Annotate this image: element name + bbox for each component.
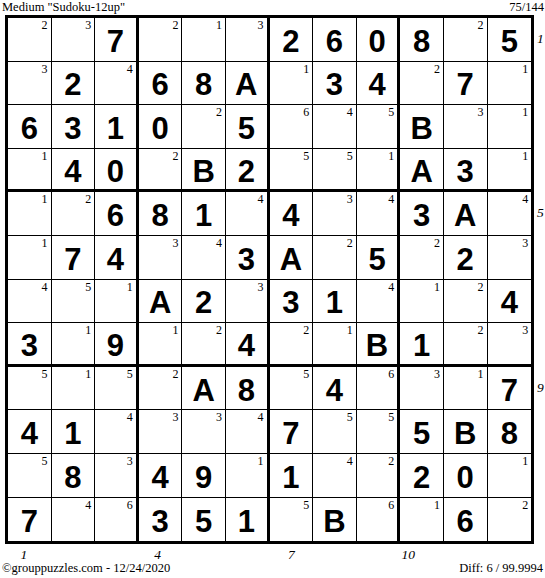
cell-r4c12[interactable]: 1 — [488, 149, 532, 193]
cell-r1c11[interactable]: 2 — [444, 18, 488, 62]
cell-r11c7[interactable]: 1 — [270, 454, 314, 498]
given-symbol: 5 — [182, 498, 225, 542]
given-symbol: 0 — [357, 18, 398, 61]
corner-mark: 1 — [303, 62, 309, 76]
cell-r3c1[interactable]: 6 — [8, 105, 52, 149]
cell-r1c5[interactable]: 1 — [182, 18, 226, 62]
cell-r7c1[interactable]: 4 — [8, 280, 52, 324]
corner-mark: 3 — [347, 192, 353, 206]
corner-mark: 4 — [258, 192, 264, 206]
given-symbol: 6 — [95, 192, 136, 235]
cell-r3c2[interactable]: 3 — [52, 105, 96, 149]
cell-r9c4[interactable]: 2 — [139, 367, 183, 411]
given-symbol: 0 — [95, 149, 136, 190]
corner-mark: 3 — [85, 18, 91, 32]
given-symbol: 1 — [182, 192, 225, 235]
given-symbol: B — [313, 498, 356, 542]
corner-mark: 1 — [42, 236, 48, 250]
corner-mark: 3 — [258, 280, 264, 294]
cell-r9c11[interactable]: 1 — [444, 367, 488, 411]
corner-mark: 1 — [434, 280, 440, 294]
corner-mark: 5 — [303, 367, 309, 381]
given-symbol: 1 — [95, 105, 136, 148]
cell-r10c6[interactable]: 4 — [226, 410, 270, 454]
given-symbol: 7 — [488, 367, 532, 410]
cell-r5c6[interactable]: 4 — [226, 192, 270, 236]
corner-mark: 1 — [42, 192, 48, 206]
cell-r4c7[interactable]: 5 — [270, 149, 314, 193]
cell-r8c5[interactable]: 2 — [182, 323, 226, 367]
cell-r6c9[interactable]: 5 — [357, 236, 401, 280]
cell-r10c1[interactable]: 4 — [8, 410, 52, 454]
cell-r2c11[interactable]: 7 — [444, 62, 488, 106]
cell-r4c3[interactable]: 0 — [95, 149, 139, 193]
given-symbol: 4 — [270, 192, 313, 235]
cell-r3c8[interactable]: 4 — [313, 105, 357, 149]
given-symbol: B — [444, 410, 487, 453]
given-symbol: 7 — [95, 18, 136, 61]
cell-r5c3[interactable]: 6 — [95, 192, 139, 236]
corner-mark: 1 — [478, 367, 484, 381]
given-symbol: 4 — [95, 236, 136, 279]
cell-r11c1[interactable]: 5 — [8, 454, 52, 498]
given-symbol: 3 — [139, 498, 182, 542]
cell-r7c10[interactable]: 1 — [400, 280, 444, 324]
corner-mark: 5 — [303, 149, 309, 163]
given-symbol: A — [139, 280, 182, 323]
given-symbol: A — [182, 367, 225, 410]
cell-r1c4[interactable]: 2 — [139, 18, 183, 62]
cell-r2c10[interactable]: 2 — [400, 62, 444, 106]
cell-r12c1[interactable]: 7 — [8, 498, 52, 542]
given-symbol: A — [270, 236, 313, 279]
corner-mark: 5 — [347, 410, 353, 424]
cell-r7c8[interactable]: 1 — [313, 280, 357, 324]
given-symbol: 3 — [226, 236, 267, 279]
cell-r2c2[interactable]: 2 — [52, 62, 96, 106]
given-symbol: 8 — [226, 367, 267, 410]
corner-mark: 4 — [388, 192, 394, 206]
corner-mark: 1 — [85, 367, 91, 381]
corner-mark: 3 — [172, 236, 178, 250]
given-symbol: A — [226, 62, 267, 105]
cell-r5c11[interactable]: A — [444, 192, 488, 236]
cell-r2c4[interactable]: 6 — [139, 62, 183, 106]
cell-r5c8[interactable]: 3 — [313, 192, 357, 236]
cell-r1c1[interactable]: 2 — [8, 18, 52, 62]
cell-r6c1[interactable]: 1 — [8, 236, 52, 280]
cell-r1c2[interactable]: 3 — [52, 18, 96, 62]
cell-r8c4[interactable]: 1 — [139, 323, 183, 367]
cell-r3c9[interactable]: 5 — [357, 105, 401, 149]
given-symbol: 4 — [8, 410, 51, 453]
given-symbol: 5 — [226, 105, 267, 148]
corner-mark: 2 — [347, 236, 353, 250]
given-symbol: 1 — [313, 280, 356, 323]
cell-r7c6[interactable]: 3 — [226, 280, 270, 324]
given-symbol: 5 — [400, 410, 443, 453]
corner-mark: 1 — [434, 498, 440, 512]
cell-r3c6[interactable]: 5 — [226, 105, 270, 149]
cell-r9c7[interactable]: 5 — [270, 367, 314, 411]
given-symbol: 0 — [139, 105, 182, 148]
cell-r2c7[interactable]: 1 — [270, 62, 314, 106]
cell-r7c11[interactable]: 2 — [444, 280, 488, 324]
cell-r4c4[interactable]: 2 — [139, 149, 183, 193]
corner-mark: 4 — [522, 192, 528, 206]
given-symbol: A — [444, 192, 487, 235]
copyright-text: ©grouppuzzles.com - 12/24/2020 — [2, 561, 170, 576]
cell-r6c11[interactable]: 2 — [444, 236, 488, 280]
corner-mark: 5 — [42, 454, 48, 468]
cell-r2c12[interactable]: 1 — [488, 62, 532, 106]
given-symbol: 2 — [226, 149, 267, 190]
cell-r10c3[interactable]: 4 — [95, 410, 139, 454]
cell-r4c11[interactable]: 3 — [444, 149, 488, 193]
corner-mark: 2 — [216, 105, 222, 119]
given-symbol: 6 — [8, 105, 51, 148]
given-symbol: 4 — [226, 323, 267, 364]
cell-r11c4[interactable]: 4 — [139, 454, 183, 498]
cell-r2c9[interactable]: 4 — [357, 62, 401, 106]
cell-r6c5[interactable]: 4 — [182, 236, 226, 280]
cell-r10c10[interactable]: 5 — [400, 410, 444, 454]
cell-r5c2[interactable]: 2 — [52, 192, 96, 236]
cell-r11c11[interactable]: 0 — [444, 454, 488, 498]
cell-r10c2[interactable]: 1 — [52, 410, 96, 454]
cell-r8c11[interactable]: 2 — [444, 323, 488, 367]
cell-r10c4[interactable]: 3 — [139, 410, 183, 454]
given-symbol: 3 — [52, 105, 95, 148]
cell-r12c5[interactable]: 5 — [182, 498, 226, 542]
corner-mark: 2 — [172, 18, 178, 32]
given-symbol: 8 — [400, 18, 443, 61]
given-symbol: 2 — [270, 18, 313, 61]
cell-r7c4[interactable]: A — [139, 280, 183, 324]
cell-r3c5[interactable]: 2 — [182, 105, 226, 149]
cell-r6c8[interactable]: 2 — [313, 236, 357, 280]
cell-r8c3[interactable]: 9 — [95, 323, 139, 367]
corner-mark: 2 — [478, 280, 484, 294]
given-symbol: 5 — [357, 236, 398, 279]
cell-r11c5[interactable]: 9 — [182, 454, 226, 498]
cell-r7c2[interactable]: 5 — [52, 280, 96, 324]
cell-r3c12[interactable]: 1 — [488, 105, 532, 149]
cell-r7c9[interactable]: 4 — [357, 280, 401, 324]
cell-r10c5[interactable]: 3 — [182, 410, 226, 454]
given-symbol: 1 — [226, 498, 267, 542]
corner-mark: 1 — [522, 149, 528, 163]
corner-mark: 3 — [42, 62, 48, 76]
cell-r9c1[interactable]: 5 — [8, 367, 52, 411]
given-symbol: 7 — [444, 62, 487, 105]
cell-r11c3[interactable]: 3 — [95, 454, 139, 498]
cell-r6c6[interactable]: 3 — [226, 236, 270, 280]
cell-r9c12[interactable]: 7 — [488, 367, 532, 411]
given-symbol: A — [400, 149, 443, 190]
corner-mark: 6 — [388, 498, 394, 512]
cell-r1c8[interactable]: 6 — [313, 18, 357, 62]
corner-mark: 6 — [388, 367, 394, 381]
cell-r6c3[interactable]: 4 — [95, 236, 139, 280]
cell-r6c10[interactable]: 2 — [400, 236, 444, 280]
corner-mark: 4 — [388, 280, 394, 294]
cell-r5c7[interactable]: 4 — [270, 192, 314, 236]
cell-r1c12[interactable]: 5 — [488, 18, 532, 62]
row-label-1: 1 — [537, 31, 544, 47]
cell-r4c2[interactable]: 4 — [52, 149, 96, 193]
given-symbol: 1 — [52, 410, 95, 453]
cell-r6c2[interactable]: 7 — [52, 236, 96, 280]
cell-r11c10[interactable]: 2 — [400, 454, 444, 498]
cell-r3c7[interactable]: 6 — [270, 105, 314, 149]
cell-r12c8[interactable]: B — [313, 498, 357, 542]
corner-mark: 1 — [216, 18, 222, 32]
cell-r3c11[interactable]: 3 — [444, 105, 488, 149]
cell-r1c7[interactable]: 2 — [270, 18, 314, 62]
corner-mark: 2 — [434, 62, 440, 76]
sudoku-grid: 23721326082532468A134271631025645B311402… — [5, 15, 534, 544]
cell-r7c3[interactable]: 1 — [95, 280, 139, 324]
given-symbol: 4 — [313, 367, 356, 410]
given-symbol: 3 — [313, 62, 356, 105]
corner-mark: 2 — [388, 454, 394, 468]
corner-mark: 5 — [85, 280, 91, 294]
corner-mark: 1 — [522, 454, 528, 468]
cell-r8c7[interactable]: 2 — [270, 323, 314, 367]
corner-mark: 1 — [258, 454, 264, 468]
col-label-10: 10 — [401, 547, 415, 563]
corner-mark: 3 — [434, 367, 440, 381]
corner-mark: 4 — [85, 498, 91, 512]
cell-r11c9[interactable]: 2 — [357, 454, 401, 498]
cell-r6c7[interactable]: A — [270, 236, 314, 280]
difficulty-text: Diff: 6 / 99.9994 — [459, 561, 543, 576]
given-symbol: 5 — [488, 18, 532, 61]
cell-r11c2[interactable]: 8 — [52, 454, 96, 498]
corner-mark: 6 — [303, 105, 309, 119]
corner-mark: 1 — [522, 105, 528, 119]
cell-r1c9[interactable]: 0 — [357, 18, 401, 62]
cell-r9c2[interactable]: 1 — [52, 367, 96, 411]
given-symbol: 4 — [488, 280, 532, 323]
cell-r2c5[interactable]: 8 — [182, 62, 226, 106]
corner-mark: 1 — [388, 149, 394, 163]
cell-r6c4[interactable]: 3 — [139, 236, 183, 280]
given-symbol: 9 — [182, 454, 225, 497]
given-symbol: 3 — [8, 323, 51, 364]
cell-r5c5[interactable]: 1 — [182, 192, 226, 236]
cell-r5c9[interactable]: 4 — [357, 192, 401, 236]
cell-r2c1[interactable]: 3 — [8, 62, 52, 106]
given-symbol: 6 — [444, 498, 487, 542]
given-symbol: 9 — [95, 323, 136, 364]
cell-r12c3[interactable]: 6 — [95, 498, 139, 542]
cell-r5c10[interactable]: 3 — [400, 192, 444, 236]
cell-r9c5[interactable]: A — [182, 367, 226, 411]
cell-r5c12[interactable]: 4 — [488, 192, 532, 236]
given-symbol: 8 — [182, 62, 225, 105]
cell-r8c1[interactable]: 3 — [8, 323, 52, 367]
cell-r12c2[interactable]: 4 — [52, 498, 96, 542]
corner-mark: 2 — [85, 192, 91, 206]
cell-r4c5[interactable]: B — [182, 149, 226, 193]
given-symbol: B — [400, 105, 443, 148]
given-symbol: 8 — [488, 410, 532, 453]
cell-r12c9[interactable]: 6 — [357, 498, 401, 542]
cell-r8c8[interactable]: 1 — [313, 323, 357, 367]
page-title: Medium "Sudoku-12up" — [2, 0, 125, 15]
corner-mark: 5 — [42, 367, 48, 381]
cell-r8c12[interactable]: 3 — [488, 323, 532, 367]
corner-mark: 3 — [522, 236, 528, 250]
given-symbol: 7 — [52, 236, 95, 279]
cell-r11c6[interactable]: 1 — [226, 454, 270, 498]
given-symbol: 7 — [8, 498, 51, 542]
corner-mark: 5 — [388, 105, 394, 119]
cell-r4c9[interactable]: 1 — [357, 149, 401, 193]
cell-r8c6[interactable]: 4 — [226, 323, 270, 367]
given-symbol: 4 — [139, 454, 182, 497]
cell-r9c8[interactable]: 4 — [313, 367, 357, 411]
puzzle-counter: 75/144 — [509, 0, 544, 15]
cell-r4c10[interactable]: A — [400, 149, 444, 193]
cell-r8c2[interactable]: 1 — [52, 323, 96, 367]
cell-r8c9[interactable]: B — [357, 323, 401, 367]
cell-r7c12[interactable]: 4 — [488, 280, 532, 324]
cell-r9c9[interactable]: 6 — [357, 367, 401, 411]
cell-r2c6[interactable]: A — [226, 62, 270, 106]
cell-r9c3[interactable]: 5 — [95, 367, 139, 411]
given-symbol: 2 — [400, 454, 443, 497]
corner-mark: 5 — [388, 410, 394, 424]
cell-r12c6[interactable]: 1 — [226, 498, 270, 542]
given-symbol: 6 — [139, 62, 182, 105]
cell-r2c8[interactable]: 3 — [313, 62, 357, 106]
cell-r12c12[interactable]: 2 — [488, 498, 532, 542]
cell-r3c10[interactable]: B — [400, 105, 444, 149]
cell-r5c4[interactable]: 8 — [139, 192, 183, 236]
corner-mark: 3 — [478, 105, 484, 119]
corner-mark: 4 — [127, 62, 133, 76]
corner-mark: 2 — [42, 18, 48, 32]
corner-mark: 3 — [258, 18, 264, 32]
cell-r10c7[interactable]: 7 — [270, 410, 314, 454]
corner-mark: 1 — [172, 323, 178, 337]
cell-r2c3[interactable]: 4 — [95, 62, 139, 106]
given-symbol: 3 — [400, 192, 443, 235]
given-symbol: 0 — [444, 454, 487, 497]
corner-mark: 4 — [216, 236, 222, 250]
corner-mark: 3 — [172, 410, 178, 424]
corner-mark: 3 — [522, 323, 528, 337]
corner-mark: 2 — [303, 323, 309, 337]
cell-r4c8[interactable]: 5 — [313, 149, 357, 193]
cell-r9c10[interactable]: 3 — [400, 367, 444, 411]
corner-mark: 1 — [127, 280, 133, 294]
corner-mark: 3 — [127, 454, 133, 468]
corner-mark: 4 — [347, 105, 353, 119]
corner-mark: 2 — [172, 149, 178, 163]
cell-r4c6[interactable]: 2 — [226, 149, 270, 193]
corner-mark: 5 — [127, 367, 133, 381]
given-symbol: 4 — [357, 62, 398, 105]
given-symbol: B — [182, 149, 225, 190]
cell-r8c10[interactable]: 1 — [400, 323, 444, 367]
cell-r7c7[interactable]: 3 — [270, 280, 314, 324]
corner-mark: 1 — [347, 323, 353, 337]
corner-mark: 1 — [522, 62, 528, 76]
given-symbol: 8 — [139, 192, 182, 235]
row-label-5: 5 — [537, 205, 544, 221]
corner-mark: 4 — [127, 410, 133, 424]
given-symbol: 4 — [52, 149, 95, 190]
cell-r12c4[interactable]: 3 — [139, 498, 183, 542]
corner-mark: 2 — [216, 323, 222, 337]
corner-mark: 3 — [216, 410, 222, 424]
cell-r7c5[interactable]: 2 — [182, 280, 226, 324]
cell-r12c7[interactable]: 5 — [270, 498, 314, 542]
cell-r9c6[interactable]: 8 — [226, 367, 270, 411]
cell-r6c12[interactable]: 3 — [488, 236, 532, 280]
cell-r1c6[interactable]: 3 — [226, 18, 270, 62]
cell-r12c11[interactable]: 6 — [444, 498, 488, 542]
cell-r4c1[interactable]: 1 — [8, 149, 52, 193]
given-symbol: 8 — [52, 454, 95, 497]
corner-mark: 1 — [85, 323, 91, 337]
cell-r11c12[interactable]: 1 — [488, 454, 532, 498]
row-label-9: 9 — [537, 380, 544, 396]
given-symbol: 2 — [182, 280, 225, 323]
cell-r1c10[interactable]: 8 — [400, 18, 444, 62]
given-symbol: 1 — [270, 454, 313, 497]
cell-r3c3[interactable]: 1 — [95, 105, 139, 149]
given-symbol: 7 — [270, 410, 313, 453]
cell-r10c12[interactable]: 8 — [488, 410, 532, 454]
corner-mark: 2 — [522, 498, 528, 512]
corner-mark: 2 — [434, 236, 440, 250]
cell-r1c3[interactable]: 7 — [95, 18, 139, 62]
corner-mark: 2 — [172, 367, 178, 381]
cell-r12c10[interactable]: 1 — [400, 498, 444, 542]
corner-mark: 2 — [478, 18, 484, 32]
given-symbol: 3 — [444, 149, 487, 190]
cell-r10c8[interactable]: 5 — [313, 410, 357, 454]
given-symbol: 2 — [444, 236, 487, 279]
corner-mark: 4 — [347, 454, 353, 468]
corner-mark: 2 — [478, 323, 484, 337]
cell-r10c11[interactable]: B — [444, 410, 488, 454]
corner-mark: 5 — [303, 498, 309, 512]
corner-mark: 5 — [347, 149, 353, 163]
given-symbol: 3 — [270, 280, 313, 323]
cell-r10c9[interactable]: 5 — [357, 410, 401, 454]
given-symbol: B — [357, 323, 398, 364]
given-symbol: 6 — [313, 18, 356, 61]
corner-mark: 1 — [42, 149, 48, 163]
corner-mark: 4 — [42, 280, 48, 294]
corner-mark: 4 — [258, 410, 264, 424]
cell-r5c1[interactable]: 1 — [8, 192, 52, 236]
cell-r3c4[interactable]: 0 — [139, 105, 183, 149]
cell-r11c8[interactable]: 4 — [313, 454, 357, 498]
given-symbol: 1 — [400, 323, 443, 364]
given-symbol: 2 — [52, 62, 95, 105]
col-label-7: 7 — [288, 547, 295, 563]
corner-mark: 6 — [127, 498, 133, 512]
